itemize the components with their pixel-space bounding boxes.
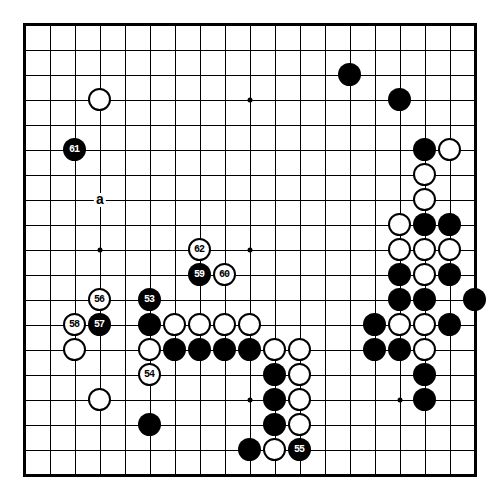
stone-black	[263, 388, 286, 411]
stone-black	[263, 413, 286, 436]
stone-black-61: 61	[63, 138, 86, 161]
stone-white-56: 56	[88, 288, 111, 311]
stone-black	[163, 338, 186, 361]
stone-black	[138, 413, 161, 436]
stone-black	[138, 313, 161, 336]
stone-black	[413, 138, 436, 161]
stone-white	[413, 238, 436, 261]
stone-black-59: 59	[188, 263, 211, 286]
stone-black	[388, 263, 411, 286]
stone-white	[388, 213, 411, 236]
stone-black-57: 57	[88, 313, 111, 336]
stone-black	[413, 213, 436, 236]
stone-white-54: 54	[138, 363, 161, 386]
go-board-diagram: 61625960565358575455 a	[0, 0, 500, 500]
stone-black	[413, 388, 436, 411]
stone-black	[363, 338, 386, 361]
stone-white	[238, 313, 261, 336]
stone-black	[438, 313, 461, 336]
stone-black	[413, 363, 436, 386]
stone-white	[413, 338, 436, 361]
stones-layer: 61625960565358575455	[12, 12, 487, 487]
stone-white	[438, 238, 461, 261]
stone-white	[413, 263, 436, 286]
stone-black	[238, 338, 261, 361]
stone-black	[388, 288, 411, 311]
stone-white	[263, 338, 286, 361]
stone-white	[413, 188, 436, 211]
stone-white	[213, 313, 236, 336]
stone-black	[463, 288, 486, 311]
stone-white	[63, 338, 86, 361]
stone-black	[338, 63, 361, 86]
stone-white-62: 62	[188, 238, 211, 261]
stone-white	[288, 363, 311, 386]
stone-white-60: 60	[213, 263, 236, 286]
stone-white	[413, 163, 436, 186]
stone-black	[213, 338, 236, 361]
stone-white	[413, 313, 436, 336]
stone-white	[263, 438, 286, 461]
stone-black	[363, 313, 386, 336]
stone-black	[238, 438, 261, 461]
stone-white	[88, 88, 111, 111]
stone-black	[388, 88, 411, 111]
stone-black	[413, 288, 436, 311]
stone-black	[438, 263, 461, 286]
stone-white	[163, 313, 186, 336]
stone-white	[388, 313, 411, 336]
stone-white	[188, 313, 211, 336]
stone-white	[138, 338, 161, 361]
stone-black	[263, 363, 286, 386]
stone-black	[188, 338, 211, 361]
stone-white	[288, 338, 311, 361]
stone-black-53: 53	[138, 288, 161, 311]
stone-black	[438, 213, 461, 236]
stone-white	[388, 238, 411, 261]
stone-white	[288, 413, 311, 436]
stone-black	[388, 338, 411, 361]
stone-white	[288, 388, 311, 411]
stone-white	[438, 138, 461, 161]
point-label-a: a	[94, 193, 106, 207]
stone-white-58: 58	[63, 313, 86, 336]
stone-black-55: 55	[288, 438, 311, 461]
stone-white	[88, 388, 111, 411]
